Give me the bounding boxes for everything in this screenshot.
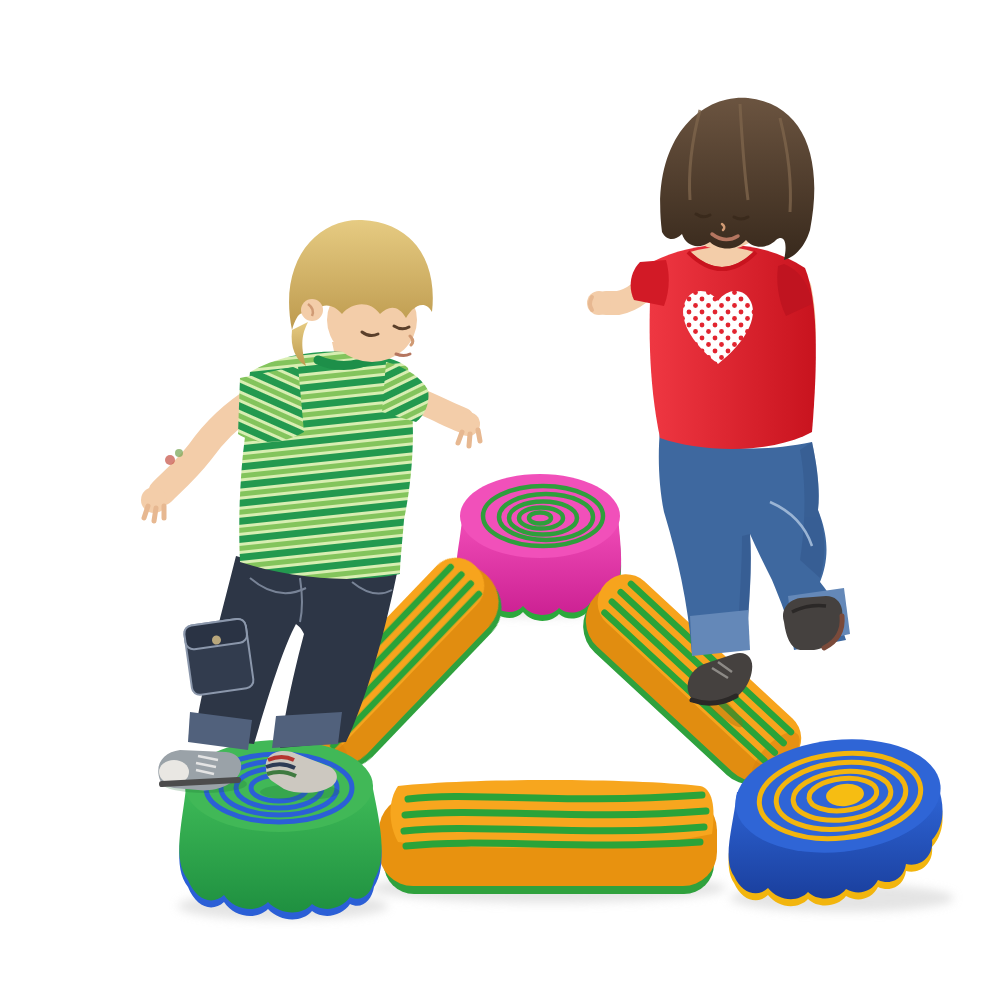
girl-cuff-left (690, 610, 750, 656)
bottom-balance-beam (379, 780, 717, 894)
boy-shirt-sleeve-right (382, 362, 429, 422)
boy-cargo-pocket (183, 618, 254, 696)
boy-sneaker-sole (162, 780, 238, 784)
boy-cuff-right (272, 712, 342, 748)
girl-shirt-sleeve-left (631, 260, 669, 306)
boy-mouth (396, 354, 410, 356)
product-photo-stage (0, 0, 1000, 1000)
boy-shirt-sleeve-left (238, 366, 304, 442)
girl-left-fist-lines (590, 297, 592, 310)
boy-right-fingers (458, 430, 480, 446)
scene-illustration (0, 0, 1000, 1000)
boy-figure (141, 220, 480, 800)
